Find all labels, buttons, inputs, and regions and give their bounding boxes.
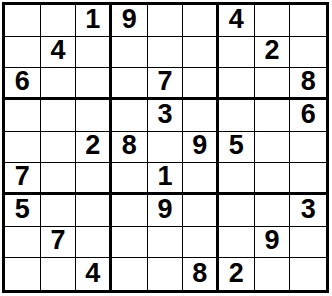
given-digit: 2 xyxy=(85,132,100,159)
cell-r9c6[interactable]: 8 xyxy=(183,258,219,290)
cell-r4c9[interactable]: 6 xyxy=(290,100,326,132)
cell-r8c3[interactable] xyxy=(76,227,112,259)
cell-r9c8[interactable] xyxy=(255,258,291,290)
cell-r5c5[interactable] xyxy=(148,132,184,164)
given-digit: 8 xyxy=(301,68,316,95)
cell-r7c8[interactable] xyxy=(255,195,291,227)
cell-r2c5[interactable] xyxy=(148,37,184,69)
cell-r8c1[interactable] xyxy=(5,227,41,259)
cell-r1c6[interactable] xyxy=(183,5,219,37)
cell-r7c1[interactable]: 5 xyxy=(5,195,41,227)
cell-r5c4[interactable]: 8 xyxy=(112,132,148,164)
given-digit: 4 xyxy=(50,37,65,64)
cell-r1c3[interactable]: 1 xyxy=(76,5,112,37)
cell-r3c7[interactable] xyxy=(219,68,255,100)
cell-r5c7[interactable]: 5 xyxy=(219,132,255,164)
cell-r5c6[interactable]: 9 xyxy=(183,132,219,164)
cell-r6c1[interactable]: 7 xyxy=(5,163,41,195)
cell-r5c9[interactable] xyxy=(290,132,326,164)
given-digit: 9 xyxy=(264,227,279,254)
cell-r9c1[interactable] xyxy=(5,258,41,290)
cell-r5c8[interactable] xyxy=(255,132,291,164)
cell-r1c1[interactable] xyxy=(5,5,41,37)
given-digit: 7 xyxy=(157,68,172,95)
cell-r8c8[interactable]: 9 xyxy=(255,227,291,259)
given-digit: 8 xyxy=(122,132,137,159)
cell-r6c4[interactable] xyxy=(112,163,148,195)
cell-r8c4[interactable] xyxy=(112,227,148,259)
given-digit: 7 xyxy=(15,163,30,190)
cell-r6c7[interactable] xyxy=(219,163,255,195)
cell-r9c2[interactable] xyxy=(41,258,77,290)
cell-r4c8[interactable] xyxy=(255,100,291,132)
given-digit: 3 xyxy=(301,196,316,223)
cell-r4c6[interactable] xyxy=(183,100,219,132)
given-digit: 8 xyxy=(192,260,207,287)
cell-r7c3[interactable] xyxy=(76,195,112,227)
given-digit: 1 xyxy=(85,6,100,33)
cell-r9c9[interactable] xyxy=(290,258,326,290)
given-digit: 1 xyxy=(157,163,172,190)
cell-r1c9[interactable] xyxy=(290,5,326,37)
given-digit: 6 xyxy=(301,101,316,128)
given-digit: 7 xyxy=(50,227,65,254)
given-digit: 5 xyxy=(229,132,244,159)
given-digit: 4 xyxy=(85,260,100,287)
cell-r4c5[interactable]: 3 xyxy=(148,100,184,132)
cell-r3c4[interactable] xyxy=(112,68,148,100)
given-digit: 2 xyxy=(229,260,244,287)
cell-r5c2[interactable] xyxy=(41,132,77,164)
cell-r9c4[interactable] xyxy=(112,258,148,290)
cell-r2c9[interactable] xyxy=(290,37,326,69)
cell-r4c3[interactable] xyxy=(76,100,112,132)
cell-r1c5[interactable] xyxy=(148,5,184,37)
cell-r3c3[interactable] xyxy=(76,68,112,100)
cell-r9c3[interactable]: 4 xyxy=(76,258,112,290)
cell-r2c8[interactable]: 2 xyxy=(255,37,291,69)
cell-r2c4[interactable] xyxy=(112,37,148,69)
cell-r8c5[interactable] xyxy=(148,227,184,259)
cell-r5c3[interactable]: 2 xyxy=(76,132,112,164)
cell-r2c2[interactable]: 4 xyxy=(41,37,77,69)
given-digit: 6 xyxy=(15,68,30,95)
cell-r8c9[interactable] xyxy=(290,227,326,259)
cell-r6c2[interactable] xyxy=(41,163,77,195)
cell-r4c2[interactable] xyxy=(41,100,77,132)
cell-r3c6[interactable] xyxy=(183,68,219,100)
given-digit: 3 xyxy=(157,101,172,128)
cell-r7c7[interactable] xyxy=(219,195,255,227)
cell-r6c9[interactable] xyxy=(290,163,326,195)
given-digit: 9 xyxy=(192,132,207,159)
cell-r3c9[interactable]: 8 xyxy=(290,68,326,100)
cell-r9c5[interactable] xyxy=(148,258,184,290)
cell-r7c9[interactable]: 3 xyxy=(290,195,326,227)
cell-r3c8[interactable] xyxy=(255,68,291,100)
cell-r2c7[interactable] xyxy=(219,37,255,69)
cell-r6c6[interactable] xyxy=(183,163,219,195)
cell-r2c1[interactable] xyxy=(5,37,41,69)
given-digit: 9 xyxy=(122,6,137,33)
cell-r3c2[interactable] xyxy=(41,68,77,100)
cell-r2c6[interactable] xyxy=(183,37,219,69)
cell-r7c2[interactable] xyxy=(41,195,77,227)
cell-r1c4[interactable]: 9 xyxy=(112,5,148,37)
cell-r1c7[interactable]: 4 xyxy=(219,5,255,37)
given-digit: 5 xyxy=(15,196,30,223)
cell-r8c7[interactable] xyxy=(219,227,255,259)
cell-r3c5[interactable]: 7 xyxy=(148,68,184,100)
cell-r6c3[interactable] xyxy=(76,163,112,195)
cell-r5c1[interactable] xyxy=(5,132,41,164)
cell-r8c6[interactable] xyxy=(183,227,219,259)
cell-r1c8[interactable] xyxy=(255,5,291,37)
cell-r8c2[interactable]: 7 xyxy=(41,227,77,259)
cell-r4c1[interactable] xyxy=(5,100,41,132)
cell-r3c1[interactable]: 6 xyxy=(5,68,41,100)
cell-r7c4[interactable] xyxy=(112,195,148,227)
cell-r1c2[interactable] xyxy=(41,5,77,37)
sudoku-board: 194426783628957159379482 xyxy=(2,2,329,293)
cell-r9c7[interactable]: 2 xyxy=(219,258,255,290)
given-digit: 2 xyxy=(264,37,279,64)
given-digit: 4 xyxy=(229,6,244,33)
cell-r4c4[interactable] xyxy=(112,100,148,132)
given-digit: 9 xyxy=(157,196,172,223)
cell-r6c5[interactable]: 1 xyxy=(148,163,184,195)
cell-r6c8[interactable] xyxy=(255,163,291,195)
cell-r2c3[interactable] xyxy=(76,37,112,69)
cell-r4c7[interactable] xyxy=(219,100,255,132)
cell-r7c5[interactable]: 9 xyxy=(148,195,184,227)
cell-r7c6[interactable] xyxy=(183,195,219,227)
